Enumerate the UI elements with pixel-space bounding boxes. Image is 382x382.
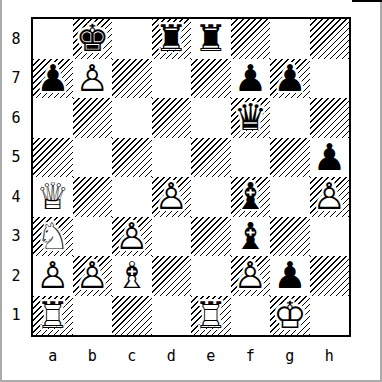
window-edge-artifact bbox=[352, 0, 382, 2]
square-h8[interactable] bbox=[310, 19, 350, 59]
square-f4[interactable]: ♝♝ bbox=[231, 177, 271, 217]
square-f5[interactable] bbox=[231, 138, 271, 178]
square-h6[interactable] bbox=[310, 98, 350, 138]
square-e8[interactable]: ♜♜ bbox=[191, 19, 231, 59]
square-b7[interactable]: ♟♙ bbox=[73, 59, 113, 99]
square-f8[interactable] bbox=[231, 19, 271, 59]
square-c6[interactable] bbox=[112, 98, 152, 138]
rank-label-1: 1 bbox=[4, 296, 28, 336]
piece-glyph: ♜ bbox=[152, 19, 192, 59]
square-d4[interactable]: ♟♙ bbox=[152, 177, 192, 217]
square-d2[interactable] bbox=[152, 256, 192, 296]
square-e5[interactable] bbox=[191, 138, 231, 178]
square-a6[interactable] bbox=[33, 98, 73, 138]
piece-black-bishop[interactable]: ♝♝ bbox=[231, 177, 271, 217]
piece-glyph: ♙ bbox=[73, 59, 113, 99]
file-label-e: e bbox=[191, 343, 231, 369]
piece-white-pawn[interactable]: ♟♙ bbox=[33, 256, 73, 296]
file-label-f: f bbox=[231, 343, 271, 369]
piece-white-pawn[interactable]: ♟♙ bbox=[310, 177, 350, 217]
piece-glyph: ♙ bbox=[310, 177, 350, 217]
square-c8[interactable] bbox=[112, 19, 152, 59]
piece-black-bishop[interactable]: ♝♝ bbox=[231, 217, 271, 257]
square-g8[interactable] bbox=[270, 19, 310, 59]
square-f3[interactable]: ♝♝ bbox=[231, 217, 271, 257]
piece-glyph: ♖ bbox=[33, 296, 73, 336]
square-b2[interactable]: ♟♙ bbox=[73, 256, 113, 296]
piece-black-rook[interactable]: ♜♜ bbox=[152, 19, 192, 59]
square-d3[interactable] bbox=[152, 217, 192, 257]
square-c5[interactable] bbox=[112, 138, 152, 178]
piece-glyph: ♜ bbox=[191, 19, 231, 59]
square-g3[interactable] bbox=[270, 217, 310, 257]
piece-glyph: ♝ bbox=[231, 177, 271, 217]
square-c3[interactable]: ♟♙ bbox=[112, 217, 152, 257]
piece-glyph: ♔ bbox=[270, 296, 310, 336]
square-b6[interactable] bbox=[73, 98, 113, 138]
square-f6[interactable]: ♛♛ bbox=[231, 98, 271, 138]
square-h1[interactable] bbox=[310, 296, 350, 336]
piece-white-pawn[interactable]: ♟♙ bbox=[152, 177, 192, 217]
piece-black-king[interactable]: ♚♚ bbox=[73, 19, 113, 59]
piece-black-pawn[interactable]: ♟♟ bbox=[270, 256, 310, 296]
piece-white-pawn[interactable]: ♟♙ bbox=[73, 256, 113, 296]
square-c1[interactable] bbox=[112, 296, 152, 336]
square-a7[interactable]: ♟♟ bbox=[33, 59, 73, 99]
piece-black-rook[interactable]: ♜♜ bbox=[191, 19, 231, 59]
square-d5[interactable] bbox=[152, 138, 192, 178]
square-d6[interactable] bbox=[152, 98, 192, 138]
square-g7[interactable]: ♟♟ bbox=[270, 59, 310, 99]
piece-glyph: ♚ bbox=[73, 19, 113, 59]
piece-white-pawn[interactable]: ♟♙ bbox=[112, 217, 152, 257]
square-c4[interactable] bbox=[112, 177, 152, 217]
square-g6[interactable] bbox=[270, 98, 310, 138]
piece-glyph: ♟ bbox=[270, 59, 310, 99]
chess-diagram: 87654321 ♚♚♜♜♜♜♟♟♟♙♟♟♟♟♛♛♟♟♛♕♟♙♝♝♟♙♞♘♟♙♝… bbox=[0, 0, 382, 382]
square-g2[interactable]: ♟♟ bbox=[270, 256, 310, 296]
piece-glyph: ♟ bbox=[270, 256, 310, 296]
piece-black-pawn[interactable]: ♟♟ bbox=[310, 138, 350, 178]
piece-glyph: ♙ bbox=[231, 256, 271, 296]
file-labels: abcdefgh bbox=[33, 343, 349, 369]
square-d1[interactable] bbox=[152, 296, 192, 336]
square-a3[interactable]: ♞♘ bbox=[33, 217, 73, 257]
piece-glyph: ♟ bbox=[231, 59, 271, 99]
square-e2[interactable] bbox=[191, 256, 231, 296]
square-c2[interactable]: ♝♗ bbox=[112, 256, 152, 296]
square-h2[interactable] bbox=[310, 256, 350, 296]
rank-label-6: 6 bbox=[4, 98, 28, 138]
file-label-g: g bbox=[270, 343, 310, 369]
rank-labels: 87654321 bbox=[4, 19, 28, 335]
piece-glyph: ♙ bbox=[73, 256, 113, 296]
square-b5[interactable] bbox=[73, 138, 113, 178]
square-f2[interactable]: ♟♙ bbox=[231, 256, 271, 296]
piece-glyph: ♟ bbox=[310, 138, 350, 178]
square-b4[interactable] bbox=[73, 177, 113, 217]
square-d7[interactable] bbox=[152, 59, 192, 99]
rank-label-8: 8 bbox=[4, 19, 28, 59]
piece-glyph: ♛ bbox=[231, 98, 271, 138]
file-label-h: h bbox=[310, 343, 350, 369]
file-label-b: b bbox=[73, 343, 113, 369]
piece-white-rook[interactable]: ♜♖ bbox=[191, 296, 231, 336]
square-c7[interactable] bbox=[112, 59, 152, 99]
piece-glyph: ♖ bbox=[191, 296, 231, 336]
piece-black-pawn[interactable]: ♟♟ bbox=[270, 59, 310, 99]
square-a2[interactable]: ♟♙ bbox=[33, 256, 73, 296]
piece-glyph: ♕ bbox=[33, 177, 73, 217]
piece-white-pawn[interactable]: ♟♙ bbox=[73, 59, 113, 99]
piece-glyph: ♗ bbox=[112, 256, 152, 296]
square-h7[interactable] bbox=[310, 59, 350, 99]
rank-label-2: 2 bbox=[4, 256, 28, 296]
piece-glyph: ♘ bbox=[33, 217, 73, 257]
square-e7[interactable] bbox=[191, 59, 231, 99]
square-g5[interactable] bbox=[270, 138, 310, 178]
piece-black-queen[interactable]: ♛♛ bbox=[231, 98, 271, 138]
square-e1[interactable]: ♜♖ bbox=[191, 296, 231, 336]
piece-white-rook[interactable]: ♜♖ bbox=[33, 296, 73, 336]
piece-glyph: ♙ bbox=[112, 217, 152, 257]
rank-label-7: 7 bbox=[4, 59, 28, 99]
square-d8[interactable]: ♜♜ bbox=[152, 19, 192, 59]
piece-white-king[interactable]: ♚♔ bbox=[270, 296, 310, 336]
square-a8[interactable] bbox=[33, 19, 73, 59]
square-h5[interactable]: ♟♟ bbox=[310, 138, 350, 178]
piece-glyph: ♙ bbox=[152, 177, 192, 217]
file-label-d: d bbox=[152, 343, 192, 369]
square-f7[interactable]: ♟♟ bbox=[231, 59, 271, 99]
square-f1[interactable] bbox=[231, 296, 271, 336]
piece-glyph: ♙ bbox=[33, 256, 73, 296]
piece-white-pawn[interactable]: ♟♙ bbox=[231, 256, 271, 296]
rank-label-5: 5 bbox=[4, 138, 28, 178]
piece-white-queen[interactable]: ♛♕ bbox=[33, 177, 73, 217]
square-e6[interactable] bbox=[191, 98, 231, 138]
square-g1[interactable]: ♚♔ bbox=[270, 296, 310, 336]
piece-black-pawn[interactable]: ♟♟ bbox=[33, 59, 73, 99]
rank-label-3: 3 bbox=[4, 217, 28, 257]
square-e4[interactable] bbox=[191, 177, 231, 217]
rank-label-4: 4 bbox=[4, 177, 28, 217]
square-e3[interactable] bbox=[191, 217, 231, 257]
square-a5[interactable] bbox=[33, 138, 73, 178]
square-a4[interactable]: ♛♕ bbox=[33, 177, 73, 217]
square-g4[interactable] bbox=[270, 177, 310, 217]
window-frame-left bbox=[0, 0, 2, 382]
square-h3[interactable] bbox=[310, 217, 350, 257]
square-b3[interactable] bbox=[73, 217, 113, 257]
chess-board: ♚♚♜♜♜♜♟♟♟♙♟♟♟♟♛♛♟♟♛♕♟♙♝♝♟♙♞♘♟♙♝♝♟♙♟♙♝♗♟♙… bbox=[31, 17, 351, 337]
square-h4[interactable]: ♟♙ bbox=[310, 177, 350, 217]
square-b1[interactable] bbox=[73, 296, 113, 336]
square-b8[interactable]: ♚♚ bbox=[73, 19, 113, 59]
piece-white-knight[interactable]: ♞♘ bbox=[33, 217, 73, 257]
piece-white-bishop[interactable]: ♝♗ bbox=[112, 256, 152, 296]
piece-black-pawn[interactable]: ♟♟ bbox=[231, 59, 271, 99]
piece-glyph: ♟ bbox=[33, 59, 73, 99]
piece-glyph: ♝ bbox=[231, 217, 271, 257]
file-label-c: c bbox=[112, 343, 152, 369]
file-label-a: a bbox=[33, 343, 73, 369]
square-a1[interactable]: ♜♖ bbox=[33, 296, 73, 336]
